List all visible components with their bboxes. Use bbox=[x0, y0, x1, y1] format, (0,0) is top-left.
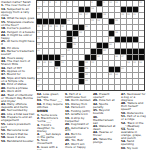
clue-number: 43. bbox=[93, 124, 99, 128]
grid-cell[interactable] bbox=[121, 1, 126, 6]
grid-cell[interactable] bbox=[139, 19, 144, 24]
black-cell bbox=[49, 19, 54, 24]
black-cell bbox=[55, 61, 60, 66]
grid-cell[interactable]: 7 bbox=[73, 1, 78, 6]
grid-cell[interactable] bbox=[139, 73, 144, 78]
grid-cell[interactable]: 3 bbox=[49, 1, 54, 6]
grid-cell[interactable]: 42 bbox=[67, 49, 72, 54]
grid-cell[interactable] bbox=[49, 67, 54, 72]
grid-cell[interactable] bbox=[67, 61, 72, 66]
grid-cell[interactable] bbox=[61, 49, 66, 54]
black-cell bbox=[133, 49, 138, 54]
grid-cell[interactable] bbox=[55, 85, 60, 90]
grid-cell[interactable] bbox=[79, 85, 84, 90]
cell-number: 27 bbox=[43, 25, 46, 27]
grid-cell[interactable]: 51 bbox=[61, 61, 66, 66]
black-cell bbox=[127, 7, 132, 12]
grid-cell[interactable] bbox=[49, 43, 54, 48]
grid-cell[interactable]: 53 bbox=[91, 61, 96, 66]
grid-cell[interactable]: 9 bbox=[103, 1, 108, 6]
grid-cell[interactable] bbox=[115, 25, 120, 30]
clue-number: 54. bbox=[121, 139, 127, 143]
grid-cell[interactable] bbox=[121, 61, 126, 66]
grid-cell[interactable]: 39 bbox=[73, 43, 78, 48]
grid-cell[interactable] bbox=[43, 43, 48, 48]
grid-cell[interactable]: 47 bbox=[121, 55, 126, 60]
grid-cell[interactable] bbox=[79, 55, 84, 60]
grid-cell[interactable]: 23 bbox=[91, 19, 96, 24]
grid-cell[interactable]: 13 bbox=[37, 7, 42, 12]
black-cell bbox=[97, 49, 102, 54]
grid-cell[interactable]: 36 bbox=[73, 37, 78, 42]
grid-cell[interactable] bbox=[97, 61, 102, 66]
black-cell bbox=[67, 43, 72, 48]
cell-number: 48 bbox=[37, 61, 40, 63]
grid-cell[interactable] bbox=[61, 7, 66, 12]
grid-cell[interactable]: 63 bbox=[109, 73, 114, 78]
grid-cell[interactable] bbox=[133, 19, 138, 24]
grid-cell[interactable] bbox=[97, 25, 102, 30]
grid-cell[interactable] bbox=[133, 73, 138, 78]
grid-cell[interactable] bbox=[109, 85, 114, 90]
grid-cell[interactable] bbox=[109, 25, 114, 30]
grid-cell[interactable] bbox=[85, 85, 90, 90]
grid-cell[interactable] bbox=[103, 61, 108, 66]
grid-cell[interactable]: 65 bbox=[37, 79, 42, 84]
black-cell bbox=[49, 55, 54, 60]
cell-number: 30 bbox=[61, 25, 64, 27]
black-cell bbox=[55, 55, 60, 60]
grid-cell[interactable] bbox=[85, 49, 90, 54]
grid-cell[interactable] bbox=[121, 85, 126, 90]
grid-cell[interactable] bbox=[109, 55, 114, 60]
black-cell bbox=[115, 37, 120, 42]
grid-cell[interactable] bbox=[79, 1, 84, 6]
clue-number: 2. bbox=[37, 116, 41, 120]
grid-cell[interactable] bbox=[139, 67, 144, 72]
grid-cell[interactable]: 56 bbox=[139, 61, 144, 66]
grid-cell[interactable] bbox=[73, 79, 78, 84]
clue-number: 52. bbox=[121, 121, 127, 125]
clue-number: 33. bbox=[1, 59, 7, 63]
grid-cell[interactable] bbox=[103, 85, 108, 90]
across-tail-list: 62. Lose green, perhaps63. 'The Hour ___… bbox=[37, 93, 63, 109]
grid-cell[interactable] bbox=[67, 85, 72, 90]
grid-cell[interactable] bbox=[55, 79, 60, 84]
clue-number: 53. bbox=[121, 127, 127, 131]
grid-cell[interactable] bbox=[121, 79, 126, 84]
clue-number: 55. bbox=[1, 122, 7, 126]
grid-cell[interactable] bbox=[43, 85, 48, 90]
grid-cell[interactable] bbox=[55, 13, 60, 18]
grid-cell[interactable]: 49 bbox=[43, 61, 48, 66]
grid-cell[interactable] bbox=[67, 25, 72, 30]
grid-cell[interactable] bbox=[73, 13, 78, 18]
grid-cell[interactable] bbox=[49, 73, 54, 78]
grid-cell[interactable] bbox=[49, 7, 54, 12]
clue-number: 62. bbox=[37, 92, 43, 96]
grid-cell[interactable] bbox=[127, 43, 132, 48]
clue-number: 64. bbox=[37, 102, 43, 106]
clue-number: 51. bbox=[121, 114, 127, 118]
grid-cell[interactable]: 11 bbox=[115, 1, 120, 6]
grid-cell[interactable] bbox=[121, 73, 126, 78]
bottom-column-d: 47. Neckwear for a dog or a disgrace48. … bbox=[121, 93, 147, 150]
grid-cell[interactable] bbox=[133, 25, 138, 30]
down-clue-list-c: 28. Present opener?29. Poke fun at32. Sp… bbox=[93, 93, 119, 144]
grid-cell[interactable] bbox=[103, 7, 108, 12]
grid-cell[interactable]: 41 bbox=[37, 49, 42, 54]
grid-cell[interactable] bbox=[91, 25, 96, 30]
grid-cell[interactable] bbox=[103, 79, 108, 84]
grid-cell[interactable]: 60 bbox=[121, 67, 126, 72]
black-cell bbox=[73, 31, 78, 36]
grid-cell[interactable]: 29 bbox=[55, 25, 60, 30]
clue-number: 44. bbox=[93, 130, 99, 134]
clue-number: 61. bbox=[121, 149, 127, 150]
grid-cell[interactable] bbox=[109, 79, 114, 84]
clue-number: 43. bbox=[1, 102, 7, 106]
grid-cell[interactable] bbox=[55, 31, 60, 36]
grid-cell[interactable] bbox=[103, 37, 108, 42]
black-cell bbox=[97, 1, 102, 6]
grid-cell[interactable] bbox=[79, 49, 84, 54]
grid-cell[interactable] bbox=[61, 13, 66, 18]
black-cell bbox=[127, 55, 132, 60]
clue-number: 45. bbox=[93, 137, 99, 141]
grid-cell[interactable]: 37 bbox=[109, 37, 114, 42]
grid-cell[interactable] bbox=[91, 79, 96, 84]
grid-cell[interactable] bbox=[73, 61, 78, 66]
grid-cell[interactable]: 52 bbox=[85, 61, 90, 66]
grid-cell[interactable] bbox=[49, 79, 54, 84]
grid-cell[interactable]: 31 bbox=[85, 25, 90, 30]
grid-cell[interactable]: 67 bbox=[37, 85, 42, 90]
grid-cell[interactable] bbox=[115, 79, 120, 84]
grid-cell[interactable] bbox=[67, 67, 72, 72]
grid-cell[interactable] bbox=[97, 85, 102, 90]
grid-cell[interactable] bbox=[133, 67, 138, 72]
cell-number: 39 bbox=[73, 43, 76, 45]
grid-cell[interactable] bbox=[49, 49, 54, 54]
grid-cell[interactable]: 12 bbox=[139, 1, 144, 6]
clue-item: 27. Won't win more or happy bbox=[65, 143, 91, 149]
clue-number: 9. bbox=[65, 92, 69, 96]
black-cell bbox=[43, 19, 48, 24]
grid-cell[interactable] bbox=[115, 61, 120, 66]
black-cell bbox=[121, 49, 126, 54]
cell-number: 19 bbox=[121, 13, 124, 15]
cell-number: 52 bbox=[85, 61, 88, 63]
cell-number: 33 bbox=[79, 31, 82, 33]
grid-cell[interactable] bbox=[85, 19, 90, 24]
grid-cell[interactable] bbox=[139, 13, 144, 18]
bottom-column-a: 62. Lose green, perhaps63. 'The Hour ___… bbox=[37, 93, 63, 150]
grid-cell[interactable] bbox=[91, 37, 96, 42]
black-cell bbox=[109, 67, 114, 72]
cell-number: 31 bbox=[85, 25, 88, 27]
grid-cell[interactable]: 16 bbox=[79, 13, 84, 18]
grid-cell[interactable] bbox=[127, 85, 132, 90]
grid-cell[interactable] bbox=[67, 73, 72, 78]
grid-cell[interactable]: 15 bbox=[37, 13, 42, 18]
grid-cell[interactable] bbox=[85, 37, 90, 42]
black-cell bbox=[133, 7, 138, 12]
grid-cell[interactable]: 4 bbox=[55, 1, 60, 6]
grid-cell[interactable] bbox=[127, 73, 132, 78]
black-cell bbox=[67, 37, 72, 42]
grid-cell[interactable] bbox=[49, 31, 54, 36]
grid-cell[interactable] bbox=[127, 1, 132, 6]
grid-cell[interactable]: 20 bbox=[127, 13, 132, 18]
grid-cell[interactable] bbox=[91, 31, 96, 36]
grid-cell[interactable] bbox=[67, 55, 72, 60]
grid-cell[interactable] bbox=[67, 79, 72, 84]
grid-cell[interactable] bbox=[61, 85, 66, 90]
grid-cell[interactable] bbox=[115, 85, 120, 90]
grid-cell[interactable] bbox=[49, 13, 54, 18]
cell-number: 21 bbox=[133, 13, 136, 15]
clue-number: 35. bbox=[93, 108, 99, 112]
black-cell bbox=[115, 67, 120, 72]
grid-cell[interactable] bbox=[43, 73, 48, 78]
grid-cell[interactable] bbox=[85, 1, 90, 6]
clue-number: 36. bbox=[93, 115, 98, 119]
grid-cell[interactable] bbox=[97, 67, 102, 72]
grid-cell[interactable]: 21 bbox=[133, 13, 138, 18]
grid-cell[interactable] bbox=[103, 25, 108, 30]
grid-cell[interactable] bbox=[109, 13, 114, 18]
black-cell bbox=[109, 31, 114, 36]
cell-number: 20 bbox=[127, 13, 130, 15]
grid-cell[interactable] bbox=[49, 37, 54, 42]
clue-number: 19. bbox=[65, 116, 71, 120]
black-cell bbox=[85, 7, 90, 12]
grid-cell[interactable] bbox=[55, 49, 60, 54]
grid-cell[interactable]: 66 bbox=[85, 79, 90, 84]
grid-cell[interactable] bbox=[61, 73, 66, 78]
grid-cell[interactable]: 57 bbox=[37, 67, 42, 72]
grid-cell[interactable] bbox=[79, 37, 84, 42]
grid-cell[interactable] bbox=[91, 67, 96, 72]
grid-cell[interactable]: 26 bbox=[37, 25, 42, 30]
grid-cell[interactable]: 6 bbox=[67, 1, 72, 6]
grid-cell[interactable] bbox=[55, 7, 60, 12]
grid-cell[interactable]: 43 bbox=[103, 49, 108, 54]
cell-number: 60 bbox=[121, 67, 124, 69]
grid-cell[interactable] bbox=[43, 67, 48, 72]
grid-cell[interactable] bbox=[73, 19, 78, 24]
cell-number: 15 bbox=[37, 13, 40, 15]
grid-cell[interactable]: 58 bbox=[55, 67, 60, 72]
grid-cell[interactable] bbox=[43, 7, 48, 12]
grid-cell[interactable] bbox=[91, 85, 96, 90]
grid-cell[interactable] bbox=[109, 61, 114, 66]
grid-cell[interactable] bbox=[97, 7, 102, 12]
grid-cell[interactable] bbox=[55, 37, 60, 42]
grid-cell[interactable] bbox=[43, 31, 48, 36]
grid-cell[interactable]: 1 bbox=[37, 1, 42, 6]
grid-cell[interactable] bbox=[133, 43, 138, 48]
cell-number: 6 bbox=[67, 1, 68, 3]
grid-cell[interactable] bbox=[73, 7, 78, 12]
grid-cell[interactable]: 38 bbox=[37, 43, 42, 48]
grid-cell[interactable] bbox=[127, 31, 132, 36]
grid-cell[interactable] bbox=[115, 13, 120, 18]
bottom-column-c: 28. Present opener?29. Poke fun at32. Sp… bbox=[93, 93, 119, 150]
black-cell bbox=[121, 7, 126, 12]
grid-cell[interactable] bbox=[103, 19, 108, 24]
grid-cell[interactable]: 10 bbox=[109, 1, 114, 6]
grid-cell[interactable] bbox=[139, 37, 144, 42]
grid-cell[interactable] bbox=[73, 55, 78, 60]
grid-cell[interactable]: 45 bbox=[97, 55, 102, 60]
grid-cell[interactable] bbox=[139, 7, 144, 12]
grid-cell[interactable] bbox=[85, 31, 90, 36]
grid-cell[interactable] bbox=[91, 43, 96, 48]
grid-cell[interactable]: 5 bbox=[61, 1, 66, 6]
grid-cell[interactable]: 44 bbox=[61, 55, 66, 60]
grid-cell[interactable] bbox=[97, 79, 102, 84]
grid-cell[interactable] bbox=[61, 31, 66, 36]
grid-cell[interactable] bbox=[67, 7, 72, 12]
clue-number: 24. bbox=[1, 33, 7, 37]
grid-cell[interactable] bbox=[133, 31, 138, 36]
grid-cell[interactable] bbox=[61, 37, 66, 42]
grid-cell[interactable] bbox=[115, 43, 120, 48]
black-cell bbox=[139, 55, 144, 60]
clue-item: 45. Takes the plunge bbox=[93, 138, 119, 144]
grid-cell[interactable] bbox=[61, 43, 66, 48]
grid-cell[interactable] bbox=[127, 79, 132, 84]
grid-cell[interactable]: 30 bbox=[61, 25, 66, 30]
black-cell bbox=[115, 49, 120, 54]
grid-cell[interactable] bbox=[133, 79, 138, 84]
grid-cell[interactable]: 48 bbox=[37, 61, 42, 66]
grid-cell[interactable] bbox=[55, 73, 60, 78]
grid-cell[interactable] bbox=[139, 85, 144, 90]
grid-cell[interactable] bbox=[139, 31, 144, 36]
grid-cell[interactable]: 2 bbox=[43, 1, 48, 6]
black-cell bbox=[79, 73, 84, 78]
cell-number: 53 bbox=[91, 61, 94, 63]
grid-cell[interactable] bbox=[103, 73, 108, 78]
grid-cell[interactable] bbox=[73, 73, 78, 78]
grid-cell[interactable] bbox=[109, 49, 114, 54]
grid-cell[interactable]: 35 bbox=[37, 37, 42, 42]
grid-cell[interactable] bbox=[127, 19, 132, 24]
grid-cell[interactable] bbox=[127, 67, 132, 72]
grid-cell[interactable] bbox=[121, 31, 126, 36]
grid-cell[interactable] bbox=[43, 13, 48, 18]
grid-cell[interactable] bbox=[121, 43, 126, 48]
grid-cell[interactable] bbox=[97, 37, 102, 42]
grid-cell[interactable]: 50 bbox=[49, 61, 54, 66]
grid-cell[interactable]: 32 bbox=[37, 31, 42, 36]
clue-item: 59. Bandstand booster bbox=[1, 140, 35, 143]
grid-cell[interactable] bbox=[43, 37, 48, 42]
grid-cell[interactable]: 24 bbox=[97, 19, 102, 24]
clue-number: 5. bbox=[37, 138, 41, 142]
grid-cell[interactable] bbox=[85, 43, 90, 48]
grid-cell[interactable]: 28 bbox=[49, 25, 54, 30]
grid-cell[interactable]: 61 bbox=[37, 73, 42, 78]
grid-cell[interactable] bbox=[61, 79, 66, 84]
grid-cell[interactable] bbox=[133, 1, 138, 6]
grid-cell[interactable]: 55 bbox=[133, 61, 138, 66]
grid-cell[interactable] bbox=[109, 7, 114, 12]
cell-number: 63 bbox=[109, 73, 112, 75]
grid-cell[interactable] bbox=[103, 67, 108, 72]
grid-cell[interactable] bbox=[67, 13, 72, 18]
cell-number: 47 bbox=[121, 55, 124, 57]
cell-number: 42 bbox=[67, 49, 70, 51]
grid-cell[interactable]: 27 bbox=[43, 25, 48, 30]
grid-cell[interactable] bbox=[61, 67, 66, 72]
cell-number: 35 bbox=[37, 37, 40, 39]
grid-cell[interactable]: 54 bbox=[127, 61, 132, 66]
grid-cell[interactable] bbox=[43, 79, 48, 84]
grid-cell[interactable]: 40 bbox=[109, 43, 114, 48]
grid-cell[interactable] bbox=[97, 73, 102, 78]
grid-cell[interactable] bbox=[73, 49, 78, 54]
grid-cell[interactable]: 34 bbox=[115, 31, 120, 36]
grid-cell[interactable]: 18 bbox=[103, 13, 108, 18]
grid-cell[interactable]: 19 bbox=[121, 13, 126, 18]
grid-cell[interactable]: 14 bbox=[91, 7, 96, 12]
grid-cell[interactable] bbox=[79, 43, 84, 48]
cell-number: 16 bbox=[79, 13, 82, 15]
cell-number: 37 bbox=[109, 37, 112, 39]
grid-cell[interactable] bbox=[97, 31, 102, 36]
grid-cell[interactable] bbox=[43, 49, 48, 54]
grid-cell[interactable] bbox=[133, 85, 138, 90]
grid-cell[interactable] bbox=[79, 19, 84, 24]
grid-cell[interactable]: 8 bbox=[91, 1, 96, 6]
grid-cell[interactable]: 33 bbox=[79, 31, 84, 36]
grid-cell[interactable] bbox=[115, 7, 120, 12]
crossword-grid[interactable]: 1234567891011121314151617181920212223242… bbox=[36, 0, 145, 91]
black-cell bbox=[37, 55, 42, 60]
grid-cell[interactable] bbox=[49, 85, 54, 90]
grid-cell[interactable] bbox=[91, 73, 96, 78]
grid-cell[interactable] bbox=[103, 55, 108, 60]
grid-cell[interactable]: 62 bbox=[85, 73, 90, 78]
black-cell bbox=[91, 13, 96, 18]
black-cell bbox=[127, 37, 132, 42]
grid-cell[interactable] bbox=[121, 25, 126, 30]
cell-number: 45 bbox=[97, 55, 100, 57]
grid-cell[interactable]: 46 bbox=[115, 55, 120, 60]
grid-cell[interactable] bbox=[121, 19, 126, 24]
grid-cell[interactable] bbox=[139, 43, 144, 48]
grid-cell[interactable] bbox=[139, 25, 144, 30]
grid-cell[interactable] bbox=[73, 85, 78, 90]
grid-cell[interactable] bbox=[73, 67, 78, 72]
grid-cell[interactable] bbox=[103, 31, 108, 36]
grid-cell[interactable]: 64 bbox=[115, 73, 120, 78]
grid-cell[interactable]: 17 bbox=[85, 13, 90, 18]
grid-cell[interactable] bbox=[127, 25, 132, 30]
grid-cell[interactable]: 22 bbox=[67, 19, 72, 24]
grid-cell[interactable] bbox=[55, 43, 60, 48]
cell-number: 40 bbox=[109, 43, 112, 45]
grid-cell[interactable]: 59 bbox=[85, 67, 90, 72]
cell-number: 4 bbox=[55, 1, 56, 3]
grid-cell[interactable]: 25 bbox=[115, 19, 120, 24]
grid-cell[interactable] bbox=[139, 79, 144, 84]
cell-number: 11 bbox=[115, 1, 118, 3]
